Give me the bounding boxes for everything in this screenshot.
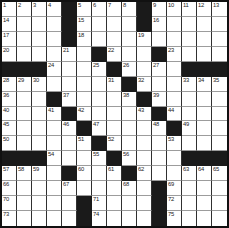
cell-r7c5[interactable]: 37: [62, 92, 77, 107]
cell-r12c4[interactable]: [47, 166, 62, 181]
cell-r3c13[interactable]: [182, 32, 197, 47]
clue-number-11: 11: [183, 2, 188, 9]
clue-number-33: 33: [183, 77, 189, 84]
cell-r8c6[interactable]: 42: [77, 107, 92, 122]
cell-r9c15[interactable]: [212, 121, 227, 136]
clue-number-6: 6: [93, 2, 96, 9]
cell-r9c7[interactable]: 47: [92, 121, 107, 136]
cell-r7c9[interactable]: 38: [122, 92, 137, 107]
clue-number-20: 20: [3, 47, 9, 54]
cell-r7c15[interactable]: [212, 92, 227, 107]
black-cell-r12c9: [122, 166, 137, 181]
clue-number-12: 12: [198, 2, 204, 9]
cell-r14c13[interactable]: [182, 196, 197, 211]
cell-r1c9[interactable]: 8: [122, 2, 137, 17]
clue-number-4: 4: [48, 2, 51, 9]
cell-r14c10[interactable]: [137, 196, 152, 211]
cell-r10c6[interactable]: 51: [77, 136, 92, 151]
cell-r5c11[interactable]: 27: [152, 62, 167, 77]
clue-number-62: 62: [138, 166, 144, 173]
clue-number-14: 14: [3, 17, 9, 24]
clue-number-28: 28: [3, 77, 9, 84]
cell-r7c1[interactable]: 36: [2, 92, 17, 107]
black-cell-r12c5: [62, 166, 77, 181]
cell-r10c3[interactable]: [32, 136, 47, 151]
black-cell-r9c12: [167, 121, 182, 136]
black-cell-r5c13: [182, 62, 197, 77]
cell-r10c1[interactable]: 50: [2, 136, 17, 151]
cell-r10c4[interactable]: [47, 136, 62, 151]
cell-r2c11[interactable]: 16: [152, 17, 167, 32]
cell-r12c8[interactable]: 61: [107, 166, 122, 181]
cell-r15c3[interactable]: [32, 211, 47, 226]
clue-number-60: 60: [78, 166, 84, 173]
clue-number-36: 36: [3, 92, 9, 99]
clue-number-19: 19: [138, 32, 144, 39]
clue-number-46: 46: [63, 121, 69, 128]
clue-number-3: 3: [33, 2, 36, 9]
black-cell-r4c7: [92, 47, 107, 62]
black-cell-r10c7: [92, 136, 107, 151]
cell-r7c2[interactable]: [17, 92, 32, 107]
clue-number-40: 40: [3, 107, 9, 114]
cell-r1c4[interactable]: 4: [47, 2, 62, 17]
clue-number-34: 34: [198, 77, 204, 84]
clue-number-39: 39: [153, 92, 159, 99]
cell-r1c12[interactable]: 10: [167, 2, 182, 17]
cell-r6c3[interactable]: 30: [32, 77, 47, 92]
clue-number-59: 59: [33, 166, 39, 173]
cell-r3c14[interactable]: [197, 32, 212, 47]
cell-r14c12[interactable]: 72: [167, 196, 182, 211]
clue-number-54: 54: [48, 151, 54, 158]
cell-r10c5[interactable]: [62, 136, 77, 151]
cell-r3c11[interactable]: [152, 32, 167, 47]
black-cell-r2c5: [62, 17, 77, 32]
cell-r4c12[interactable]: 23: [167, 47, 182, 62]
cell-r8c3[interactable]: [32, 107, 47, 122]
cell-r1c11[interactable]: 9: [152, 2, 167, 17]
cell-r11c11[interactable]: [152, 151, 167, 166]
clue-number-38: 38: [123, 92, 129, 99]
cell-r13c14[interactable]: [197, 181, 212, 196]
clue-number-31: 31: [108, 77, 114, 84]
clue-number-15: 15: [78, 17, 84, 24]
cell-r2c13[interactable]: [182, 17, 197, 32]
cell-r8c14[interactable]: [197, 107, 212, 122]
cell-r13c1[interactable]: 66: [2, 181, 17, 196]
clue-number-75: 75: [168, 211, 174, 218]
clue-number-64: 64: [198, 166, 204, 173]
clue-number-10: 10: [168, 2, 174, 9]
cell-r14c14[interactable]: [197, 196, 212, 211]
cell-r4c2[interactable]: [17, 47, 32, 62]
clue-number-42: 42: [78, 107, 84, 114]
cell-r2c8[interactable]: [107, 17, 122, 32]
cell-r8c2[interactable]: [17, 107, 32, 122]
black-cell-r15c11: [152, 211, 167, 226]
cell-r8c12[interactable]: 44: [167, 107, 182, 122]
cell-r6c11[interactable]: [152, 77, 167, 92]
cell-r1c13[interactable]: 11: [182, 2, 197, 17]
cell-r2c15[interactable]: [212, 17, 227, 32]
black-cell-r5c14: [197, 62, 212, 77]
cell-r5c9[interactable]: 26: [122, 62, 137, 77]
black-cell-r5c3: [32, 62, 47, 77]
black-cell-r8c11: [152, 107, 167, 122]
cell-r2c4[interactable]: [47, 17, 62, 32]
cell-r13c15[interactable]: [212, 181, 227, 196]
clue-number-69: 69: [168, 181, 174, 188]
cell-r9c9[interactable]: [122, 121, 137, 136]
cell-r15c1[interactable]: 73: [2, 211, 17, 226]
cell-r10c13[interactable]: [182, 136, 197, 151]
black-cell-r15c6: [77, 211, 92, 226]
clue-number-24: 24: [48, 62, 54, 69]
cell-r6c2[interactable]: 29: [17, 77, 32, 92]
cell-r6c8[interactable]: 31: [107, 77, 122, 92]
cell-r7c11[interactable]: 39: [152, 92, 167, 107]
cell-r3c7[interactable]: [92, 32, 107, 47]
clue-number-61: 61: [108, 166, 114, 173]
cell-r12c1[interactable]: 57: [2, 166, 17, 181]
clue-number-1: 1: [3, 2, 6, 9]
cell-r15c2[interactable]: [17, 211, 32, 226]
cell-r8c9[interactable]: [122, 107, 137, 122]
cell-r13c12[interactable]: 69: [167, 181, 182, 196]
cell-r7c3[interactable]: [32, 92, 47, 107]
black-cell-r11c2: [17, 151, 32, 166]
clue-number-7: 7: [108, 2, 111, 9]
cell-r1c6[interactable]: 5: [77, 2, 92, 17]
cell-r9c11[interactable]: 48: [152, 121, 167, 136]
cell-r1c7[interactable]: 6: [92, 2, 107, 17]
cell-r5c5[interactable]: [62, 62, 77, 77]
clue-number-26: 26: [123, 62, 129, 69]
cell-r9c3[interactable]: [32, 121, 47, 136]
cell-r1c3[interactable]: 3: [32, 2, 47, 17]
cell-r6c6[interactable]: [77, 77, 92, 92]
cell-r12c13[interactable]: 63: [182, 166, 197, 181]
cell-r14c8[interactable]: [107, 196, 122, 211]
cell-r3c9[interactable]: [122, 32, 137, 47]
clue-number-44: 44: [168, 107, 174, 114]
clue-number-29: 29: [18, 77, 24, 84]
cell-r4c8[interactable]: 22: [107, 47, 122, 62]
black-cell-r5c2: [17, 62, 32, 77]
clue-number-18: 18: [78, 32, 84, 39]
cell-r2c1[interactable]: 14: [2, 17, 17, 32]
cell-r3c6[interactable]: 18: [77, 32, 92, 47]
cell-r10c11[interactable]: [152, 136, 167, 151]
clue-number-50: 50: [3, 136, 9, 143]
cell-r11c7[interactable]: 55: [92, 151, 107, 166]
clue-number-27: 27: [153, 62, 159, 69]
cell-r8c13[interactable]: [182, 107, 197, 122]
clue-number-23: 23: [168, 47, 174, 54]
cell-r14c4[interactable]: [47, 196, 62, 211]
clue-number-53: 53: [168, 136, 174, 143]
cell-r11c6[interactable]: [77, 151, 92, 166]
cell-r4c14[interactable]: [197, 47, 212, 62]
clue-number-67: 67: [63, 181, 69, 188]
cell-r8c4[interactable]: 41: [47, 107, 62, 122]
cell-r8c8[interactable]: [107, 107, 122, 122]
cell-r1c15[interactable]: 13: [212, 2, 227, 17]
cell-r2c6[interactable]: 15: [77, 17, 92, 32]
clue-number-70: 70: [3, 196, 9, 203]
cell-r15c8[interactable]: [107, 211, 122, 226]
cell-r4c5[interactable]: 21: [62, 47, 77, 62]
black-cell-r14c11: [152, 196, 167, 211]
cell-r12c6[interactable]: 60: [77, 166, 92, 181]
cell-r7c7[interactable]: [92, 92, 107, 107]
cell-r3c2[interactable]: [17, 32, 32, 47]
cell-r15c5[interactable]: [62, 211, 77, 226]
black-cell-r1c5: [62, 2, 77, 17]
cell-r8c15[interactable]: [212, 107, 227, 122]
cell-r4c9[interactable]: [122, 47, 137, 62]
cell-r15c15[interactable]: [212, 211, 227, 226]
cell-r15c13[interactable]: [182, 211, 197, 226]
cell-r4c13[interactable]: [182, 47, 197, 62]
cell-r9c8[interactable]: [107, 121, 122, 136]
black-cell-r7c10: [137, 92, 152, 107]
cell-r3c8[interactable]: [107, 32, 122, 47]
clue-number-35: 35: [213, 77, 219, 84]
cell-r6c5[interactable]: [62, 77, 77, 92]
black-cell-r13c11: [152, 181, 167, 196]
cell-r13c9[interactable]: 68: [122, 181, 137, 196]
cell-r4c10[interactable]: [137, 47, 152, 62]
cell-r10c15[interactable]: [212, 136, 227, 151]
cell-r2c2[interactable]: [17, 17, 32, 32]
clue-number-5: 5: [78, 2, 81, 9]
cell-r12c15[interactable]: 65: [212, 166, 227, 181]
cell-r4c4[interactable]: [47, 47, 62, 62]
clue-number-16: 16: [153, 17, 159, 24]
cell-r6c13[interactable]: 33: [182, 77, 197, 92]
cell-r8c1[interactable]: 40: [2, 107, 17, 122]
cell-r2c3[interactable]: [32, 17, 47, 32]
cell-r1c14[interactable]: 12: [197, 2, 212, 17]
cell-r3c15[interactable]: [212, 32, 227, 47]
cell-r6c12[interactable]: [167, 77, 182, 92]
black-cell-r3c5: [62, 32, 77, 47]
cell-r15c9[interactable]: [122, 211, 137, 226]
clue-number-63: 63: [183, 166, 189, 173]
cell-r2c9[interactable]: [122, 17, 137, 32]
cell-r8c7[interactable]: [92, 107, 107, 122]
cell-r9c1[interactable]: 45: [2, 121, 17, 136]
cell-r11c12[interactable]: [167, 151, 182, 166]
cell-r13c10[interactable]: [137, 181, 152, 196]
clue-number-56: 56: [123, 151, 129, 158]
clue-number-66: 66: [3, 181, 9, 188]
clue-number-37: 37: [63, 92, 69, 99]
cell-r10c2[interactable]: [17, 136, 32, 151]
black-cell-r6c9: [122, 77, 137, 92]
clue-number-30: 30: [33, 77, 39, 84]
cell-r11c4[interactable]: 54: [47, 151, 62, 166]
cell-r3c10[interactable]: 19: [137, 32, 152, 47]
clue-number-65: 65: [213, 166, 219, 173]
cell-r11c5[interactable]: [62, 151, 77, 166]
cell-r6c15[interactable]: 35: [212, 77, 227, 92]
black-cell-r11c8: [107, 151, 122, 166]
cell-r15c4[interactable]: [47, 211, 62, 226]
black-cell-r11c13: [182, 151, 197, 166]
cell-r2c14[interactable]: [197, 17, 212, 32]
cell-r5c4[interactable]: 24: [47, 62, 62, 77]
clue-number-41: 41: [48, 107, 54, 114]
cell-r6c7[interactable]: [92, 77, 107, 92]
cell-r13c2[interactable]: [17, 181, 32, 196]
cell-r13c13[interactable]: [182, 181, 197, 196]
black-cell-r7c4: [47, 92, 62, 107]
clue-number-9: 9: [153, 2, 156, 9]
cell-r13c8[interactable]: [107, 181, 122, 196]
clue-number-45: 45: [3, 121, 9, 128]
cell-r3c1[interactable]: 17: [2, 32, 17, 47]
cell-r3c3[interactable]: [32, 32, 47, 47]
cell-r3c4[interactable]: [47, 32, 62, 47]
cell-r9c10[interactable]: [137, 121, 152, 136]
black-cell-r11c14: [197, 151, 212, 166]
cell-r5c6[interactable]: [77, 62, 92, 77]
clue-number-55: 55: [93, 151, 99, 158]
cell-r7c12[interactable]: [167, 92, 182, 107]
cell-r14c15[interactable]: [212, 196, 227, 211]
cell-r4c6[interactable]: [77, 47, 92, 62]
black-cell-r11c1: [2, 151, 17, 166]
cell-r14c5[interactable]: [62, 196, 77, 211]
black-cell-r1c10: [137, 2, 152, 17]
clue-number-22: 22: [108, 47, 114, 54]
clue-number-52: 52: [108, 136, 114, 143]
clue-number-47: 47: [93, 121, 99, 128]
cell-r15c12[interactable]: 75: [167, 211, 182, 226]
clue-number-68: 68: [123, 181, 129, 188]
black-cell-r8c5: [62, 107, 77, 122]
cell-r9c4[interactable]: [47, 121, 62, 136]
cell-r6c1[interactable]: 28: [2, 77, 17, 92]
cell-r10c14[interactable]: [197, 136, 212, 151]
cell-r9c13[interactable]: 49: [182, 121, 197, 136]
clue-number-57: 57: [3, 166, 9, 173]
cell-r11c9[interactable]: 56: [122, 151, 137, 166]
cell-r4c3[interactable]: [32, 47, 47, 62]
black-cell-r2c10: [137, 17, 152, 32]
clue-number-2: 2: [18, 2, 21, 9]
cell-r5c10[interactable]: [137, 62, 152, 77]
black-cell-r11c3: [32, 151, 47, 166]
cell-r11c10[interactable]: [137, 151, 152, 166]
cell-r9c14[interactable]: [197, 121, 212, 136]
clue-number-48: 48: [153, 121, 159, 128]
cell-r7c6[interactable]: [77, 92, 92, 107]
clue-number-58: 58: [18, 166, 24, 173]
cell-r1c8[interactable]: 7: [107, 2, 122, 17]
clue-number-73: 73: [3, 211, 9, 218]
cell-r8c10[interactable]: 43: [137, 107, 152, 122]
cell-r6c10[interactable]: 32: [137, 77, 152, 92]
cell-r1c1[interactable]: 1: [2, 2, 17, 17]
cell-r12c3[interactable]: 59: [32, 166, 47, 181]
cell-r10c10[interactable]: [137, 136, 152, 151]
cell-r12c12[interactable]: [167, 166, 182, 181]
cell-r10c12[interactable]: 53: [167, 136, 182, 151]
cell-r2c12[interactable]: [167, 17, 182, 32]
cell-r12c10[interactable]: 62: [137, 166, 152, 181]
cell-r7c8[interactable]: [107, 92, 122, 107]
clue-number-8: 8: [123, 2, 126, 9]
cell-r15c14[interactable]: [197, 211, 212, 226]
cell-r15c7[interactable]: 74: [92, 211, 107, 226]
black-cell-r4c11: [152, 47, 167, 62]
clue-number-25: 25: [93, 62, 99, 69]
black-cell-r5c8: [107, 62, 122, 77]
cell-r12c7[interactable]: [92, 166, 107, 181]
black-cell-r5c1: [2, 62, 17, 77]
clue-number-71: 71: [93, 196, 99, 203]
cell-r15c10[interactable]: [137, 211, 152, 226]
cell-r12c11[interactable]: [152, 166, 167, 181]
cell-r4c15[interactable]: [212, 47, 227, 62]
cell-r9c2[interactable]: [17, 121, 32, 136]
black-cell-r14c6: [77, 196, 92, 211]
cell-r13c4[interactable]: [47, 181, 62, 196]
cell-r13c6[interactable]: [77, 181, 92, 196]
clue-number-51: 51: [78, 136, 84, 143]
cell-r3c12[interactable]: [167, 32, 182, 47]
cell-r5c7[interactable]: 25: [92, 62, 107, 77]
cell-r6c14[interactable]: 34: [197, 77, 212, 92]
cell-r7c14[interactable]: [197, 92, 212, 107]
clue-number-21: 21: [63, 47, 69, 54]
cell-r2c7[interactable]: [92, 17, 107, 32]
cell-r1c2[interactable]: 2: [17, 2, 32, 17]
cell-r14c3[interactable]: [32, 196, 47, 211]
black-cell-r5c15: [212, 62, 227, 77]
cell-r14c2[interactable]: [17, 196, 32, 211]
cell-r5c12[interactable]: [167, 62, 182, 77]
clue-number-32: 32: [138, 77, 144, 84]
cell-r14c1[interactable]: 70: [2, 196, 17, 211]
cell-r12c14[interactable]: 64: [197, 166, 212, 181]
cell-r12c2[interactable]: 58: [17, 166, 32, 181]
cell-r10c9[interactable]: [122, 136, 137, 151]
cell-r10c8[interactable]: 52: [107, 136, 122, 151]
clue-number-13: 13: [213, 2, 219, 9]
cell-r13c7[interactable]: [92, 181, 107, 196]
clue-number-49: 49: [183, 121, 189, 128]
cell-r14c9[interactable]: [122, 196, 137, 211]
cell-r14c7[interactable]: 71: [92, 196, 107, 211]
clue-number-72: 72: [168, 196, 174, 203]
cell-r7c13[interactable]: [182, 92, 197, 107]
cell-r13c5[interactable]: 67: [62, 181, 77, 196]
clue-number-43: 43: [138, 107, 144, 114]
cell-r6c4[interactable]: [47, 77, 62, 92]
cell-r4c1[interactable]: 20: [2, 47, 17, 62]
clue-number-74: 74: [93, 211, 99, 218]
cell-r9c5[interactable]: 46: [62, 121, 77, 136]
black-cell-r11c15: [212, 151, 227, 166]
black-cell-r9c6: [77, 121, 92, 136]
crossword-board: 1234567891011121314151617181920212223242…: [0, 0, 229, 228]
cell-r13c3[interactable]: [32, 181, 47, 196]
